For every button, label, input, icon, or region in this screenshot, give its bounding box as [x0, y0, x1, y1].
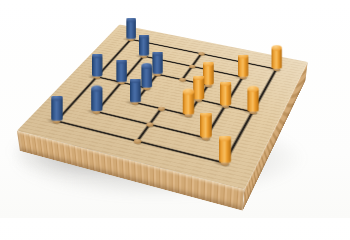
orange-peg-g7[interactable]	[271, 47, 281, 69]
orange-peg-f6[interactable]	[237, 54, 248, 76]
blue-peg-a4[interactable]	[91, 54, 102, 76]
orange-peg-e4[interactable]	[193, 76, 204, 99]
blue-peg-b6[interactable]	[138, 34, 148, 55]
photo-scene	[0, 0, 350, 218]
orange-peg-g4[interactable]	[247, 88, 258, 112]
orange-peg-e3[interactable]	[182, 91, 193, 115]
blue-peg-c3[interactable]	[129, 79, 140, 102]
blue-peg-c4[interactable]	[141, 65, 152, 88]
blue-peg-b4[interactable]	[116, 59, 127, 81]
blue-peg-c5[interactable]	[152, 52, 163, 74]
blue-peg-a7[interactable]	[126, 18, 136, 39]
blue-peg-a1[interactable]	[51, 96, 63, 120]
orange-peg-g1[interactable]	[218, 136, 231, 162]
nine-mens-morris-board	[17, 24, 308, 189]
orange-peg-f4[interactable]	[219, 82, 230, 106]
blue-peg-b2[interactable]	[91, 87, 102, 111]
orange-peg-f2[interactable]	[199, 112, 211, 137]
